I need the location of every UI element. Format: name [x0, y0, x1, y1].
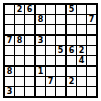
cell-r6c9-empty[interactable] [87, 56, 96, 67]
cell-r2c9-given[interactable]: 7 [87, 15, 96, 25]
cell-r3c1-empty[interactable] [5, 25, 15, 36]
cell-r4c5-empty[interactable] [46, 36, 56, 46]
cell-r4c6-empty[interactable] [56, 36, 67, 46]
cell-r5c2-empty[interactable] [15, 46, 25, 56]
cell-r7c2-empty[interactable] [15, 67, 25, 77]
cell-r7c3-empty[interactable] [25, 67, 36, 77]
cell-r7c4-given[interactable]: 1 [36, 67, 46, 77]
cell-r6c1-empty[interactable] [5, 56, 15, 67]
cell-r1c7-given[interactable]: 5 [67, 5, 77, 15]
cell-r4c9-empty[interactable] [87, 36, 96, 46]
cell-r6c3-empty[interactable] [25, 56, 36, 67]
cell-r4c3-empty[interactable] [25, 36, 36, 46]
cell-r1c9-empty[interactable] [87, 5, 96, 15]
cell-r9c3-empty[interactable] [25, 87, 36, 96]
cell-r5c9-empty[interactable] [87, 46, 96, 56]
cell-r1c8-empty[interactable] [77, 5, 87, 15]
cell-r5c5-empty[interactable] [46, 46, 56, 56]
cell-r1c2-given[interactable]: 2 [15, 5, 25, 15]
cell-r3c9-empty[interactable] [87, 25, 96, 36]
cell-r7c1-given[interactable]: 8 [5, 67, 15, 77]
cell-r2c7-empty[interactable] [67, 15, 77, 25]
cell-r8c6-empty[interactable] [56, 77, 67, 87]
cell-r4c8-empty[interactable] [77, 36, 87, 46]
cell-r6c7-empty[interactable] [67, 56, 77, 67]
cell-r3c7-empty[interactable] [67, 25, 77, 36]
cell-r2c1-empty[interactable] [5, 15, 15, 25]
cell-r4c2-given[interactable]: 8 [15, 36, 25, 46]
cell-r7c7-empty[interactable] [67, 67, 77, 77]
cell-r8c7-given[interactable]: 2 [67, 77, 77, 87]
cell-r1c1-empty[interactable] [5, 5, 15, 15]
cell-r5c1-empty[interactable] [5, 46, 15, 56]
cell-r5c7-given[interactable]: 6 [67, 46, 77, 56]
cell-r6c4-empty[interactable] [36, 56, 46, 67]
cell-r4c1-given[interactable]: 7 [5, 36, 15, 46]
cell-r2c6-empty[interactable] [56, 15, 67, 25]
cell-r9c4-empty[interactable] [36, 87, 46, 96]
cell-r6c5-empty[interactable] [46, 56, 56, 67]
cell-r7c9-empty[interactable] [87, 67, 96, 77]
cell-r2c5-empty[interactable] [46, 15, 56, 25]
cell-r5c6-given[interactable]: 5 [56, 46, 67, 56]
cell-r9c6-empty[interactable] [56, 87, 67, 96]
cell-r1c3-given[interactable]: 6 [25, 5, 36, 15]
sudoku-board: 26587783562481723 [3, 3, 98, 98]
cell-r9c7-empty[interactable] [67, 87, 77, 96]
cell-r3c5-empty[interactable] [46, 25, 56, 36]
cell-r2c8-empty[interactable] [77, 15, 87, 25]
cell-r5c4-empty[interactable] [36, 46, 46, 56]
cell-r8c4-empty[interactable] [36, 77, 46, 87]
cell-r9c1-given[interactable]: 3 [5, 87, 15, 96]
cell-r3c6-empty[interactable] [56, 25, 67, 36]
cell-r2c3-empty[interactable] [25, 15, 36, 25]
cell-r5c3-empty[interactable] [25, 46, 36, 56]
cell-r1c6-empty[interactable] [56, 5, 67, 15]
cell-r5c8-given[interactable]: 2 [77, 46, 87, 56]
cell-r4c4-given[interactable]: 3 [36, 36, 46, 46]
cell-r9c8-empty[interactable] [77, 87, 87, 96]
cell-r2c2-empty[interactable] [15, 15, 25, 25]
cell-r7c8-empty[interactable] [77, 67, 87, 77]
cell-r8c3-empty[interactable] [25, 77, 36, 87]
cell-r1c5-empty[interactable] [46, 5, 56, 15]
cell-r3c8-empty[interactable] [77, 25, 87, 36]
cell-r3c2-empty[interactable] [15, 25, 25, 36]
cell-r7c5-empty[interactable] [46, 67, 56, 77]
cell-r8c9-empty[interactable] [87, 77, 96, 87]
cell-r2c4-given[interactable]: 8 [36, 15, 46, 25]
cell-r9c5-empty[interactable] [46, 87, 56, 96]
cell-r8c8-empty[interactable] [77, 77, 87, 87]
sudoku-puzzle: 26587783562481723 [0, 0, 101, 101]
cell-r9c9-empty[interactable] [87, 87, 96, 96]
cell-r6c8-given[interactable]: 4 [77, 56, 87, 67]
cell-r1c4-empty[interactable] [36, 5, 46, 15]
cell-r8c5-given[interactable]: 7 [46, 77, 56, 87]
cell-r7c6-empty[interactable] [56, 67, 67, 77]
cell-r9c2-empty[interactable] [15, 87, 25, 96]
cell-r3c4-empty[interactable] [36, 25, 46, 36]
cell-r6c6-empty[interactable] [56, 56, 67, 67]
cell-r6c2-empty[interactable] [15, 56, 25, 67]
cell-r8c2-empty[interactable] [15, 77, 25, 87]
cell-r4c7-empty[interactable] [67, 36, 77, 46]
cell-r8c1-empty[interactable] [5, 77, 15, 87]
cell-r3c3-empty[interactable] [25, 25, 36, 36]
